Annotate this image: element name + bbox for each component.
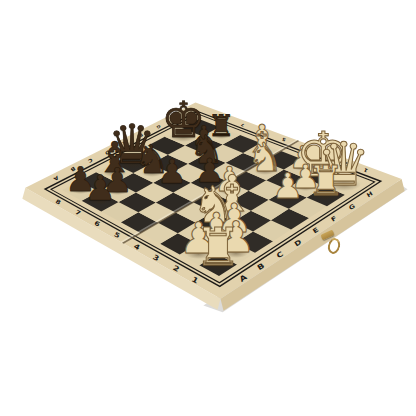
black-pawn-a7[interactable]: ♟ bbox=[84, 172, 115, 207]
black-pawn-d6[interactable]: ♟ bbox=[157, 155, 187, 188]
white-pawn-f2[interactable]: ♟ bbox=[272, 169, 303, 204]
chess-set-photo: 12345678ABCDEFGHABCDEFGH12345678♜♚♟♝♞♛♟♞… bbox=[0, 0, 416, 416]
white-rook-a1[interactable]: ♜ bbox=[195, 221, 242, 273]
white-rook-g1[interactable]: ♜ bbox=[307, 161, 344, 202]
